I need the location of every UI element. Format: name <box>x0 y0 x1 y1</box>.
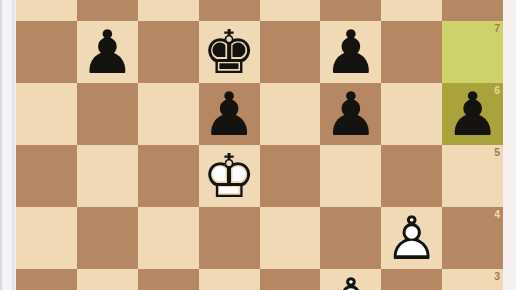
piece-black-king[interactable]: ♚ <box>199 21 260 83</box>
square-g3[interactable] <box>381 269 442 290</box>
piece-black-pawn[interactable]: ♟ <box>77 21 138 83</box>
square-h4[interactable]: 4 <box>442 207 503 269</box>
square-a8[interactable] <box>16 0 77 21</box>
square-e4[interactable] <box>260 207 321 269</box>
square-h3[interactable]: 3 <box>442 269 503 290</box>
square-g5[interactable] <box>381 145 442 207</box>
square-c7[interactable] <box>138 21 199 83</box>
black-pawn-glyph: ♟ <box>320 21 381 83</box>
black-king-glyph: ♚ <box>199 21 260 83</box>
square-e6[interactable] <box>260 83 321 145</box>
piece-white-king[interactable]: ♚♔ <box>199 145 260 207</box>
white-pawn-outline-glyph: ♙ <box>381 207 442 269</box>
square-b4[interactable] <box>77 207 138 269</box>
square-a5[interactable] <box>16 145 77 207</box>
square-g6[interactable] <box>381 83 442 145</box>
square-e7[interactable] <box>260 21 321 83</box>
square-c5[interactable] <box>138 145 199 207</box>
square-g7[interactable] <box>381 21 442 83</box>
black-pawn-glyph: ♟ <box>320 83 381 145</box>
square-a7[interactable] <box>16 21 77 83</box>
piece-black-pawn[interactable]: ♟ <box>442 83 503 145</box>
square-e5[interactable] <box>260 145 321 207</box>
square-h7[interactable]: 7 <box>442 21 503 83</box>
piece-white-pawn[interactable]: ♟♙ <box>320 269 381 290</box>
chess-board[interactable]: 8♟♚♟7♟♟6♟♚♔5♟♙4♟♙321 <box>16 0 503 290</box>
square-g8[interactable] <box>381 0 442 21</box>
piece-white-pawn[interactable]: ♟♙ <box>381 207 442 269</box>
square-h5[interactable]: 5 <box>442 145 503 207</box>
window-edge-left <box>0 0 16 290</box>
rank-label-5: 5 <box>494 146 500 159</box>
square-a3[interactable] <box>16 269 77 290</box>
rank-label-7: 7 <box>494 22 500 35</box>
square-f7[interactable]: ♟ <box>320 21 381 83</box>
black-pawn-glyph: ♟ <box>199 83 260 145</box>
rank-label-3: 3 <box>494 270 500 283</box>
square-b6[interactable] <box>77 83 138 145</box>
piece-black-pawn[interactable]: ♟ <box>199 83 260 145</box>
square-e3[interactable] <box>260 269 321 290</box>
square-b3[interactable] <box>77 269 138 290</box>
square-d5[interactable]: ♚♔ <box>199 145 260 207</box>
square-f5[interactable] <box>320 145 381 207</box>
video-frame: 8♟♚♟7♟♟6♟♚♔5♟♙4♟♙321 <box>0 0 516 290</box>
white-king-outline-glyph: ♔ <box>199 145 260 207</box>
square-h8[interactable]: 8 <box>442 0 503 21</box>
piece-black-pawn[interactable]: ♟ <box>320 83 381 145</box>
square-c6[interactable] <box>138 83 199 145</box>
square-c4[interactable] <box>138 207 199 269</box>
square-g4[interactable]: ♟♙ <box>381 207 442 269</box>
white-pawn-outline-glyph: ♙ <box>320 269 381 290</box>
black-pawn-glyph: ♟ <box>77 21 138 83</box>
square-d3[interactable] <box>199 269 260 290</box>
square-f3[interactable]: ♟♙ <box>320 269 381 290</box>
square-a4[interactable] <box>16 207 77 269</box>
square-a6[interactable] <box>16 83 77 145</box>
rank-label-4: 4 <box>494 208 500 221</box>
square-h6[interactable]: 6♟ <box>442 83 503 145</box>
piece-black-pawn[interactable]: ♟ <box>320 21 381 83</box>
square-d7[interactable]: ♚ <box>199 21 260 83</box>
square-f6[interactable]: ♟ <box>320 83 381 145</box>
square-d6[interactable]: ♟ <box>199 83 260 145</box>
square-d4[interactable] <box>199 207 260 269</box>
square-b5[interactable] <box>77 145 138 207</box>
square-c8[interactable] <box>138 0 199 21</box>
square-f4[interactable] <box>320 207 381 269</box>
square-b7[interactable]: ♟ <box>77 21 138 83</box>
black-pawn-glyph: ♟ <box>442 83 503 145</box>
square-c3[interactable] <box>138 269 199 290</box>
square-e8[interactable] <box>260 0 321 21</box>
